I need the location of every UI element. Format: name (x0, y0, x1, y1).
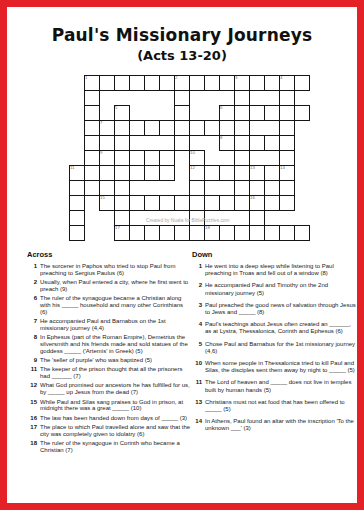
grid-cell[interactable] (204, 75, 220, 91)
grid-cell[interactable] (129, 75, 145, 91)
grid-cell[interactable] (189, 75, 205, 91)
down-header: Down (192, 250, 358, 259)
grid-cell[interactable] (114, 180, 130, 196)
across-section: Across 1The sorcerer in Paphos who tried… (27, 250, 191, 456)
clue-across-15: 15While Paul and Silas sang praises to G… (27, 399, 191, 413)
grid-cell[interactable] (204, 165, 220, 181)
grid-cell[interactable] (219, 75, 235, 91)
grid-cell[interactable] (174, 120, 190, 136)
clue-text: The law has been handed down from days o… (40, 415, 191, 422)
down-section: Down 1He went into a deep sleep while li… (192, 250, 358, 438)
clue-text: Paul preached the good news of salvation… (205, 302, 358, 316)
clue-text: Christians must not eat food that has be… (205, 399, 358, 413)
clue-number: 8 (27, 334, 40, 354)
clue-across-16: 16The law has been handed down from days… (27, 415, 191, 422)
clue-number: 4 (192, 321, 205, 335)
clue-across-7: 7He accompanied Paul and Barnabus on the… (27, 318, 191, 332)
clue-number: 1 (192, 263, 205, 277)
grid-cell[interactable] (114, 210, 130, 226)
clue-text: The place to which Paul travelled alone … (40, 424, 191, 438)
grid-cell[interactable] (144, 225, 160, 241)
grid-cell[interactable] (279, 150, 295, 166)
grid-cell[interactable]: 15 (99, 195, 115, 211)
clue-across-18: 18The ruler of the synagogue in Corinth … (27, 440, 191, 454)
clue-number: 16 (27, 415, 40, 422)
grid-cell[interactable] (249, 75, 265, 91)
clue-number: 10 (192, 360, 205, 374)
clue-number: 5 (192, 341, 205, 355)
grid-cell[interactable] (264, 225, 280, 241)
grid-cell[interactable]: 14 (279, 165, 295, 181)
grid-cell[interactable] (129, 165, 145, 181)
clue-text: The Lord of heaven and _____ does not li… (205, 379, 358, 393)
grid-cell[interactable] (264, 165, 280, 181)
clue-number: 14 (192, 418, 205, 432)
grid-cell[interactable] (294, 225, 310, 241)
grid-cell[interactable] (174, 195, 190, 211)
grid-cell[interactable] (174, 135, 190, 151)
grid-cell[interactable] (114, 120, 130, 136)
cell-number: 5 (115, 105, 117, 109)
clue-text: Chose Paul and Barnabus for the 1st miss… (205, 341, 358, 355)
clue-down-4: 4Paul's teachings about Jesus often crea… (192, 321, 358, 335)
clue-text: The 'seller of purple' who was baptized … (40, 357, 191, 364)
clue-number: 18 (27, 440, 40, 454)
grid-cell[interactable] (144, 120, 160, 136)
grid-cell[interactable] (114, 135, 130, 151)
page-title: Paul's Missionary Journeys (7, 25, 357, 45)
clue-down-14: 14In Athens, Paul found an altar with th… (192, 418, 358, 432)
grid-cell[interactable] (159, 195, 175, 211)
clue-number: 2 (192, 282, 205, 296)
clue-text: In Athens, Paul found an altar with the … (205, 418, 358, 432)
clue-across-9: 9The 'seller of purple' who was baptized… (27, 357, 191, 364)
cell-number: 4 (280, 75, 282, 79)
grid-cell[interactable] (159, 165, 175, 181)
clue-text: He accompanied Paul and Barnabus on the … (40, 318, 191, 332)
grid-cell[interactable] (144, 195, 160, 211)
grid-cell[interactable]: 4 (279, 75, 295, 91)
grid-cell[interactable] (219, 195, 235, 211)
clue-text: He accompanied Paul and Timothy on the 2… (205, 282, 358, 296)
grid-cell[interactable]: 10 (189, 150, 205, 166)
clue-down-10: 10When some people in Thessalonica tried… (192, 360, 358, 374)
grid-cell[interactable] (219, 165, 235, 181)
grid-cell[interactable] (249, 225, 265, 241)
clue-across-11: 11The keeper of the prison thought that … (27, 366, 191, 380)
grid-cell[interactable] (234, 135, 250, 151)
grid-cell[interactable] (114, 150, 130, 166)
clue-number: 9 (27, 357, 40, 364)
clue-number: 7 (27, 318, 40, 332)
cell-number: 2 (175, 75, 177, 79)
grid-cell[interactable] (159, 225, 175, 241)
grid-cell[interactable] (84, 135, 100, 151)
grid-cell[interactable] (84, 105, 100, 121)
clue-number: 1 (27, 263, 40, 277)
cell-number: 11 (70, 165, 74, 169)
clue-down-1: 1He went into a deep sleep while listeni… (192, 263, 358, 277)
clue-number: 17 (27, 424, 40, 438)
grid-cell[interactable] (264, 195, 280, 211)
clue-across-12: 12What God promised our ancestors he has… (27, 382, 191, 396)
grid-cell[interactable] (234, 195, 250, 211)
grid-cell[interactable] (264, 135, 280, 151)
grid-cell[interactable] (204, 120, 220, 136)
grid-cell[interactable] (69, 180, 85, 196)
clue-text: The keeper of the prison thought that al… (40, 366, 191, 380)
grid-cell[interactable] (279, 225, 295, 241)
across-list: 1The sorcerer in Paphos who tried to sto… (27, 263, 191, 454)
grid-cell[interactable]: 16 (249, 195, 265, 211)
grid-cell[interactable] (84, 120, 100, 136)
grid-cell[interactable] (279, 195, 295, 211)
cell-number: 15 (100, 195, 105, 199)
grid-cell[interactable]: 6 (219, 105, 235, 121)
clue-number: 11 (192, 379, 205, 393)
grid-cell[interactable]: 11 (69, 165, 85, 181)
grid-cell[interactable] (294, 105, 310, 121)
grid-cell[interactable] (114, 75, 130, 91)
clue-down-13: 13Christians must not eat food that has … (192, 399, 358, 413)
clue-down-2: 2He accompanied Paul and Timothy on the … (192, 282, 358, 296)
grid-cell[interactable] (99, 75, 115, 91)
clue-across-17: 17The place to which Paul travelled alon… (27, 424, 191, 438)
page-subtitle: (Acts 13-20) (7, 48, 357, 63)
grid-cell[interactable] (234, 120, 250, 136)
clue-number: 13 (192, 399, 205, 413)
clue-text: Usually, when Paul entered a city, where… (40, 279, 191, 293)
clue-number: 2 (27, 279, 40, 293)
grid-cell[interactable] (234, 150, 250, 166)
grid-cell[interactable] (279, 180, 295, 196)
grid-cell[interactable]: 13 (249, 165, 265, 181)
clue-text: What God promised our ancestors he has f… (40, 382, 191, 396)
grid-cell[interactable] (114, 165, 130, 181)
grid-cell[interactable] (159, 75, 175, 91)
grid-cell[interactable] (264, 105, 280, 121)
grid-cell[interactable]: 12 (189, 165, 205, 181)
clue-across-2: 2Usually, when Paul entered a city, wher… (27, 279, 191, 293)
clue-across-1: 1The sorcerer in Paphos who tried to sto… (27, 263, 191, 277)
grid-cell[interactable]: 5 (114, 105, 130, 121)
grid-cell[interactable] (174, 90, 190, 106)
clue-text: In Ephesus (part of the Roman Empire), D… (40, 334, 191, 354)
cell-number: 12 (190, 165, 195, 169)
cell-number: 18 (205, 225, 210, 229)
grid-cell[interactable] (189, 195, 205, 211)
grid-cell[interactable] (144, 165, 160, 181)
grid-cell[interactable] (144, 150, 160, 166)
clue-text: He went into a deep sleep while listenin… (205, 263, 358, 277)
grid-cell[interactable]: 18 (204, 225, 220, 241)
grid-cell[interactable] (279, 90, 295, 106)
grid-cell[interactable] (234, 225, 250, 241)
cell-number: 1 (85, 75, 87, 79)
grid-cell[interactable] (189, 120, 205, 136)
cell-number: 14 (280, 165, 285, 169)
down-list: 1He went into a deep sleep while listeni… (192, 263, 358, 433)
grid-cell[interactable] (219, 225, 235, 241)
clue-number: 12 (27, 382, 40, 396)
grid-cell[interactable] (84, 90, 100, 106)
grid-cell[interactable] (234, 105, 250, 121)
grid-cell[interactable] (294, 75, 310, 91)
grid-cell[interactable] (174, 105, 190, 121)
grid-cell[interactable] (279, 120, 295, 136)
cell-number: 16 (250, 195, 255, 199)
cell-number: 7 (100, 120, 102, 124)
clue-text: When some people in Thessalonica tried t… (205, 360, 358, 374)
clue-across-6: 6The ruler of the synagogue became a Chr… (27, 295, 191, 315)
cell-number: 8 (220, 135, 222, 139)
grid-cell[interactable] (84, 165, 100, 181)
clue-text: The ruler of the synagogue in Corinth wh… (40, 440, 191, 454)
clue-text: Paul's teachings about Jesus often creat… (205, 321, 358, 335)
grid-cell[interactable] (249, 180, 265, 196)
grid-cell[interactable]: 9 (99, 150, 115, 166)
grid-cell[interactable]: 7 (99, 120, 115, 136)
clue-number: 11 (27, 366, 40, 380)
grid-cell[interactable] (264, 75, 280, 91)
clue-text: The ruler of the synagogue became a Chri… (40, 295, 191, 315)
clue-text: The sorcerer in Paphos who tried to stop… (40, 263, 191, 277)
grid-cell[interactable]: 8 (219, 135, 235, 151)
clue-down-11: 11The Lord of heaven and _____ does not … (192, 379, 358, 393)
clue-down-3: 3Paul preached the good news of salvatio… (192, 302, 358, 316)
grid-cell[interactable] (174, 225, 190, 241)
grid-cell[interactable] (234, 90, 250, 106)
grid-cell[interactable] (204, 195, 220, 211)
grid-cell[interactable] (129, 150, 145, 166)
cell-number: 10 (190, 150, 195, 154)
title-block: Paul's Missionary Journeys (Acts 13-20) (7, 25, 357, 63)
grid-cell[interactable] (84, 150, 100, 166)
clue-across-8: 8In Ephesus (part of the Roman Empire), … (27, 334, 191, 354)
grid-cell[interactable] (144, 75, 160, 91)
credit-text: Created by Nuala for BiblePuzzles.com (146, 218, 230, 223)
grid-cell[interactable] (159, 120, 175, 136)
grid-cell[interactable] (249, 210, 265, 226)
cell-number: 6 (220, 105, 222, 109)
puzzle-page: { "page": { "title": "Paul's Missionary … (0, 0, 364, 510)
grid-cell[interactable] (234, 165, 250, 181)
grid-cell[interactable]: 17 (114, 225, 130, 241)
grid-cell[interactable] (129, 120, 145, 136)
grid-cell[interactable] (189, 225, 205, 241)
clue-down-5: 5Chose Paul and Barnabus for the 1st mis… (192, 341, 358, 355)
cell-number: 17 (115, 225, 120, 229)
grid-cell[interactable] (189, 180, 205, 196)
clue-number: 15 (27, 399, 40, 413)
clue-text: While Paul and Silas sang praises to God… (40, 399, 191, 413)
grid-cell[interactable] (249, 105, 265, 121)
grid-cell[interactable] (129, 225, 145, 241)
grid-cell[interactable] (114, 195, 130, 211)
grid-cell[interactable]: 3 (234, 75, 250, 91)
grid-cell[interactable] (69, 195, 85, 211)
grid-cell[interactable] (129, 195, 145, 211)
crossword-grid: 123456789101112131415161718 (69, 75, 309, 240)
cell-number: 13 (250, 165, 255, 169)
grid-cell[interactable]: 1 (84, 75, 100, 91)
clue-number: 3 (192, 302, 205, 316)
grid-cell[interactable] (279, 105, 295, 121)
across-header: Across (27, 250, 191, 259)
grid-cell[interactable] (84, 180, 100, 196)
grid-cell[interactable] (249, 135, 265, 151)
grid-cell[interactable] (234, 180, 250, 196)
cell-number: 3 (235, 75, 237, 79)
grid-cell[interactable] (69, 225, 85, 241)
grid-cell[interactable] (279, 135, 295, 151)
grid-cell[interactable] (159, 150, 175, 166)
cell-number: 9 (100, 150, 102, 154)
clue-number: 6 (27, 295, 40, 315)
grid-cell[interactable]: 2 (174, 75, 190, 91)
grid-cell[interactable] (99, 165, 115, 181)
grid-cell[interactable] (69, 210, 85, 226)
